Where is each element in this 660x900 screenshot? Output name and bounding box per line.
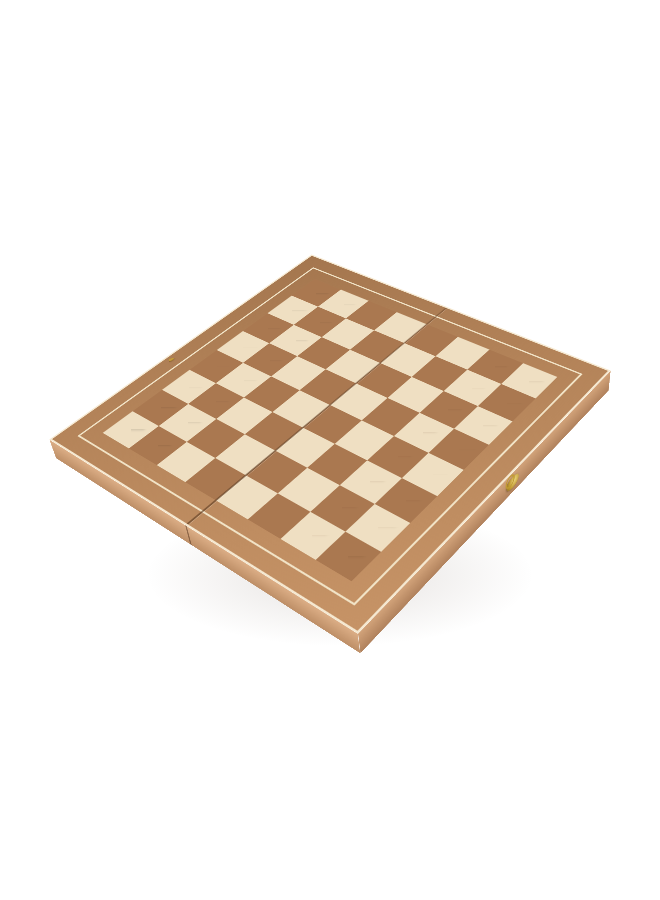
product-photo-stage: ♜♞♝♛♚♝♞♜♟♟♟♟♟♟♟♟♟♟♟♟♟♟♟♟♜♞♝♛♚♝♞♜ — [0, 0, 660, 900]
scene-perspective: ♜♞♝♛♚♝♞♜♟♟♟♟♟♟♟♟♟♟♟♟♟♟♟♟♜♞♝♛♚♝♞♜ — [0, 0, 660, 900]
fold-seam-side — [185, 525, 192, 545]
white-rook-glyph: ♜ — [323, 505, 373, 561]
folding-chess-board: ♜♞♝♛♚♝♞♜♟♟♟♟♟♟♟♟♟♟♟♟♟♟♟♟♜♞♝♛♚♝♞♜ — [49, 255, 610, 634]
pieces-layer: ♜♞♝♛♚♝♞♜♟♟♟♟♟♟♟♟♟♟♟♟♟♟♟♟♜♞♝♛♚♝♞♜ — [102, 279, 558, 582]
black-pawn-glyph: ♟ — [138, 407, 176, 450]
board-top-surface: ♜♞♝♛♚♝♞♜♟♟♟♟♟♟♟♟♟♟♟♟♟♟♟♟♜♞♝♛♚♝♞♜ — [49, 255, 610, 634]
